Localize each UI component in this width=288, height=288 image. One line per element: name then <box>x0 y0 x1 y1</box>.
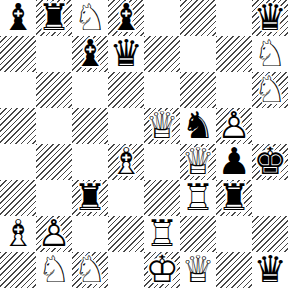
square-d8[interactable]: ♝♝ <box>108 0 144 36</box>
square-g8[interactable] <box>216 0 252 36</box>
square-h2[interactable] <box>252 216 288 252</box>
square-e7[interactable] <box>144 36 180 72</box>
square-g3[interactable]: ♜♜ <box>216 180 252 216</box>
square-c4[interactable] <box>72 144 108 180</box>
square-a2[interactable]: ♝♗ <box>0 216 36 252</box>
square-e1[interactable]: ♚♔ <box>144 252 180 288</box>
square-b3[interactable] <box>36 180 72 216</box>
piece-white-queen[interactable]: ♕ <box>180 252 216 288</box>
square-a1[interactable] <box>0 252 36 288</box>
square-b6[interactable] <box>36 72 72 108</box>
square-d4[interactable]: ♝♗ <box>108 144 144 180</box>
piece-white-rook[interactable]: ♖ <box>180 180 216 216</box>
piece-black-queen[interactable]: ♛ <box>252 0 288 36</box>
piece-black-rook[interactable]: ♜ <box>216 180 252 216</box>
piece-black-bishop[interactable]: ♝ <box>0 0 36 36</box>
square-f5[interactable]: ♞♞ <box>180 108 216 144</box>
square-g6[interactable] <box>216 72 252 108</box>
square-g4[interactable]: ♟♟ <box>216 144 252 180</box>
square-h7[interactable]: ♞♘ <box>252 36 288 72</box>
square-d5[interactable] <box>108 108 144 144</box>
square-c3[interactable]: ♜♜ <box>72 180 108 216</box>
square-f1[interactable]: ♛♕ <box>180 252 216 288</box>
square-f7[interactable] <box>180 36 216 72</box>
piece-white-knight[interactable]: ♘ <box>72 0 108 36</box>
square-b4[interactable] <box>36 144 72 180</box>
piece-black-knight[interactable]: ♞ <box>180 108 216 144</box>
square-f2[interactable] <box>180 216 216 252</box>
piece-white-pawn[interactable]: ♙ <box>216 108 252 144</box>
square-e6[interactable] <box>144 72 180 108</box>
square-a6[interactable] <box>0 72 36 108</box>
square-b2[interactable]: ♟♙ <box>36 216 72 252</box>
piece-white-king[interactable]: ♔ <box>144 252 180 288</box>
square-h8[interactable]: ♛♛ <box>252 0 288 36</box>
piece-white-bishop[interactable]: ♗ <box>108 144 144 180</box>
square-e5[interactable]: ♛♕ <box>144 108 180 144</box>
piece-white-bishop[interactable]: ♗ <box>0 216 36 252</box>
square-d3[interactable] <box>108 180 144 216</box>
piece-black-pawn[interactable]: ♟ <box>216 144 252 180</box>
square-g1[interactable] <box>216 252 252 288</box>
square-g7[interactable] <box>216 36 252 72</box>
square-d6[interactable] <box>108 72 144 108</box>
square-h3[interactable] <box>252 180 288 216</box>
piece-white-knight[interactable]: ♘ <box>252 72 288 108</box>
square-e4[interactable] <box>144 144 180 180</box>
square-h4[interactable]: ♚♚ <box>252 144 288 180</box>
square-f3[interactable]: ♜♖ <box>180 180 216 216</box>
square-c8[interactable]: ♞♘ <box>72 0 108 36</box>
piece-black-bishop[interactable]: ♝ <box>72 36 108 72</box>
square-c6[interactable] <box>72 72 108 108</box>
square-a7[interactable] <box>0 36 36 72</box>
piece-white-knight[interactable]: ♘ <box>36 252 72 288</box>
piece-white-knight[interactable]: ♘ <box>252 36 288 72</box>
square-h1[interactable]: ♛♛ <box>252 252 288 288</box>
square-f8[interactable] <box>180 0 216 36</box>
piece-black-rook[interactable]: ♜ <box>36 0 72 36</box>
square-b7[interactable] <box>36 36 72 72</box>
square-e2[interactable]: ♜♖ <box>144 216 180 252</box>
piece-black-queen[interactable]: ♛ <box>108 36 144 72</box>
square-d2[interactable] <box>108 216 144 252</box>
square-b1[interactable]: ♞♘ <box>36 252 72 288</box>
square-h5[interactable] <box>252 108 288 144</box>
square-c7[interactable]: ♝♝ <box>72 36 108 72</box>
piece-white-queen[interactable]: ♕ <box>144 108 180 144</box>
piece-white-rook[interactable]: ♖ <box>144 216 180 252</box>
square-f4[interactable]: ♛♕ <box>180 144 216 180</box>
piece-black-bishop[interactable]: ♝ <box>108 0 144 36</box>
piece-white-knight[interactable]: ♘ <box>72 252 108 288</box>
square-e8[interactable] <box>144 0 180 36</box>
square-a3[interactable] <box>0 180 36 216</box>
chess-board: ♝♝♜♜♞♘♝♝♛♛♝♝♛♛♞♘♞♘♛♕♞♞♟♙♝♗♛♕♟♟♚♚♜♜♜♖♜♜♝♗… <box>0 0 288 288</box>
square-c5[interactable] <box>72 108 108 144</box>
piece-black-queen[interactable]: ♛ <box>252 252 288 288</box>
square-b8[interactable]: ♜♜ <box>36 0 72 36</box>
square-b5[interactable] <box>36 108 72 144</box>
square-d7[interactable]: ♛♛ <box>108 36 144 72</box>
square-h6[interactable]: ♞♘ <box>252 72 288 108</box>
square-c2[interactable] <box>72 216 108 252</box>
square-e3[interactable] <box>144 180 180 216</box>
piece-black-rook[interactable]: ♜ <box>72 180 108 216</box>
square-f6[interactable] <box>180 72 216 108</box>
piece-white-queen[interactable]: ♕ <box>180 144 216 180</box>
piece-black-king[interactable]: ♚ <box>252 144 288 180</box>
piece-white-pawn[interactable]: ♙ <box>36 216 72 252</box>
square-d1[interactable] <box>108 252 144 288</box>
square-a5[interactable] <box>0 108 36 144</box>
square-c1[interactable]: ♞♘ <box>72 252 108 288</box>
square-a4[interactable] <box>0 144 36 180</box>
square-g5[interactable]: ♟♙ <box>216 108 252 144</box>
square-a8[interactable]: ♝♝ <box>0 0 36 36</box>
square-g2[interactable] <box>216 216 252 252</box>
